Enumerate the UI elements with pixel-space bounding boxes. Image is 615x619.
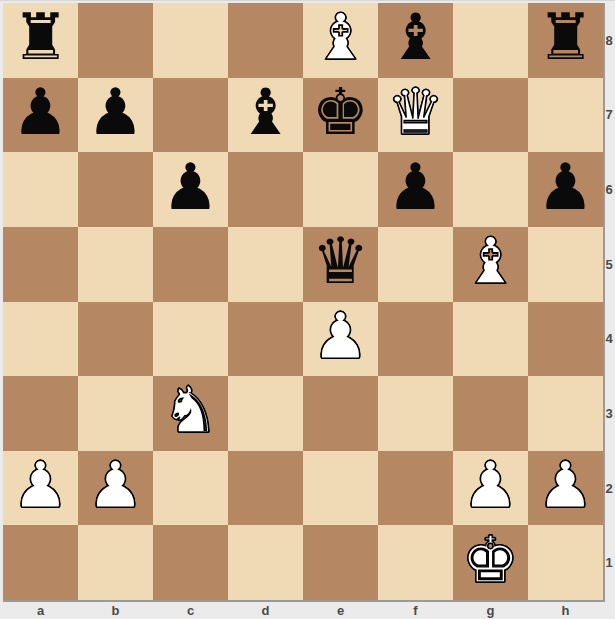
rank-label-8: 8 <box>603 3 615 78</box>
square-c5[interactable] <box>153 227 228 302</box>
white-bishop: ♝ <box>462 224 519 298</box>
square-b7[interactable]: ♟ <box>78 78 153 153</box>
square-e5[interactable]: ♛ <box>303 227 378 302</box>
black-pawn: ♟ <box>12 75 69 149</box>
square-a7[interactable]: ♟ <box>3 78 78 153</box>
white-pawn: ♟ <box>462 448 519 522</box>
square-d2[interactable] <box>228 451 303 526</box>
rank-label-2: 2 <box>603 451 615 526</box>
square-a1[interactable] <box>3 525 78 600</box>
square-e7[interactable]: ♚ <box>303 78 378 153</box>
file-label-a: a <box>3 601 78 619</box>
square-g2[interactable]: ♟ <box>453 451 528 526</box>
square-a8[interactable]: ♜ <box>3 3 78 78</box>
file-label-b: b <box>78 601 153 619</box>
square-f2[interactable] <box>378 451 453 526</box>
square-d5[interactable] <box>228 227 303 302</box>
square-b4[interactable] <box>78 302 153 377</box>
square-f1[interactable] <box>378 525 453 600</box>
square-d8[interactable] <box>228 3 303 78</box>
white-pawn: ♟ <box>12 448 69 522</box>
file-label-g: g <box>453 601 528 619</box>
black-pawn: ♟ <box>162 150 219 224</box>
black-rook: ♜ <box>12 0 69 74</box>
white-bishop: ♝ <box>312 0 369 74</box>
square-d6[interactable] <box>228 152 303 227</box>
white-pawn: ♟ <box>537 448 594 522</box>
square-a2[interactable]: ♟ <box>3 451 78 526</box>
rank-labels: 87654321 <box>603 3 615 600</box>
square-a5[interactable] <box>3 227 78 302</box>
square-c6[interactable]: ♟ <box>153 152 228 227</box>
black-bishop: ♝ <box>237 75 294 149</box>
rank-label-3: 3 <box>603 376 615 451</box>
square-d1[interactable] <box>228 525 303 600</box>
white-knight: ♞ <box>162 373 219 447</box>
square-f3[interactable] <box>378 376 453 451</box>
square-g7[interactable] <box>453 78 528 153</box>
file-label-e: e <box>303 601 378 619</box>
square-f8[interactable]: ♝ <box>378 3 453 78</box>
square-e6[interactable] <box>303 152 378 227</box>
file-label-d: d <box>228 601 303 619</box>
square-e8[interactable]: ♝ <box>303 3 378 78</box>
square-h6[interactable]: ♟ <box>528 152 603 227</box>
square-g6[interactable] <box>453 152 528 227</box>
square-h5[interactable] <box>528 227 603 302</box>
square-g8[interactable] <box>453 3 528 78</box>
square-h1[interactable] <box>528 525 603 600</box>
square-c1[interactable] <box>153 525 228 600</box>
black-queen: ♛ <box>312 224 369 298</box>
file-labels: abcdefgh <box>3 601 603 619</box>
file-label-f: f <box>378 601 453 619</box>
square-c7[interactable] <box>153 78 228 153</box>
square-f5[interactable] <box>378 227 453 302</box>
square-g5[interactable]: ♝ <box>453 227 528 302</box>
square-d3[interactable] <box>228 376 303 451</box>
square-d4[interactable] <box>228 302 303 377</box>
square-g1[interactable]: ♚ <box>453 525 528 600</box>
square-f6[interactable]: ♟ <box>378 152 453 227</box>
square-f7[interactable]: ♛ <box>378 78 453 153</box>
rank-label-1: 1 <box>603 525 615 600</box>
square-a4[interactable] <box>3 302 78 377</box>
black-pawn: ♟ <box>387 150 444 224</box>
square-a3[interactable] <box>3 376 78 451</box>
black-pawn: ♟ <box>537 150 594 224</box>
rank-label-4: 4 <box>603 302 615 377</box>
file-label-c: c <box>153 601 228 619</box>
square-e3[interactable] <box>303 376 378 451</box>
square-b1[interactable] <box>78 525 153 600</box>
white-king: ♚ <box>462 523 519 597</box>
rank-label-6: 6 <box>603 152 615 227</box>
square-d7[interactable]: ♝ <box>228 78 303 153</box>
square-c2[interactable] <box>153 451 228 526</box>
square-e4[interactable]: ♟ <box>303 302 378 377</box>
square-g4[interactable] <box>453 302 528 377</box>
rank-label-7: 7 <box>603 78 615 153</box>
white-pawn: ♟ <box>87 448 144 522</box>
square-b5[interactable] <box>78 227 153 302</box>
black-bishop: ♝ <box>387 0 444 74</box>
white-pawn: ♟ <box>312 299 369 373</box>
white-queen: ♛ <box>387 75 444 149</box>
square-c3[interactable]: ♞ <box>153 376 228 451</box>
square-h4[interactable] <box>528 302 603 377</box>
square-a6[interactable] <box>3 152 78 227</box>
square-b2[interactable]: ♟ <box>78 451 153 526</box>
square-g3[interactable] <box>453 376 528 451</box>
square-c8[interactable] <box>153 3 228 78</box>
black-king: ♚ <box>312 75 369 149</box>
square-e2[interactable] <box>303 451 378 526</box>
square-f4[interactable] <box>378 302 453 377</box>
square-h7[interactable] <box>528 78 603 153</box>
square-b8[interactable] <box>78 3 153 78</box>
square-h8[interactable]: ♜ <box>528 3 603 78</box>
file-label-h: h <box>528 601 603 619</box>
rank-label-5: 5 <box>603 227 615 302</box>
square-b6[interactable] <box>78 152 153 227</box>
black-rook: ♜ <box>537 0 594 74</box>
square-e1[interactable] <box>303 525 378 600</box>
square-c4[interactable] <box>153 302 228 377</box>
square-h3[interactable] <box>528 376 603 451</box>
square-h2[interactable]: ♟ <box>528 451 603 526</box>
chess-board: ♜♝♝♜♟♟♝♚♛♟♟♟♛♝♟♞♟♟♟♟♚ <box>3 3 605 602</box>
black-pawn: ♟ <box>87 75 144 149</box>
square-b3[interactable] <box>78 376 153 451</box>
